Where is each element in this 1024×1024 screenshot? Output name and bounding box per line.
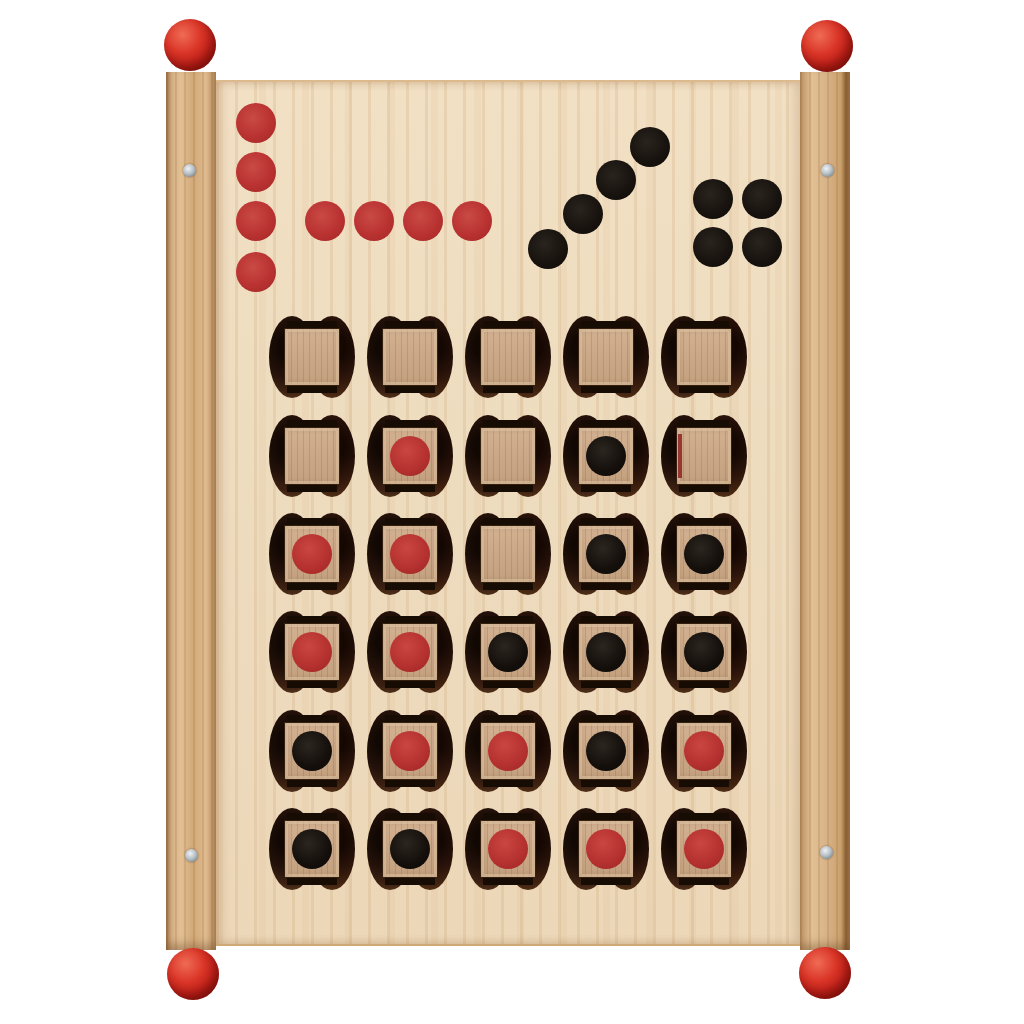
slider-r5c2[interactable] — [382, 722, 438, 780]
slot-r3c2[interactable] — [361, 505, 459, 603]
red-disc — [390, 534, 430, 574]
slider-r5c4[interactable] — [578, 722, 634, 780]
slot-r4c5[interactable] — [655, 603, 753, 701]
slot-cutout — [269, 710, 355, 792]
slot-cutout — [563, 415, 649, 497]
slot-cutout — [269, 513, 355, 595]
black-disc — [292, 829, 332, 869]
slot-r5c4[interactable] — [557, 702, 655, 800]
slider-r5c3[interactable] — [480, 722, 536, 780]
corner-ball-bottom-left — [167, 948, 219, 1000]
screw-bottom-left-icon — [185, 849, 198, 862]
demo-dot-red-2 — [236, 152, 276, 192]
black-disc — [586, 436, 626, 476]
slot-cutout — [269, 808, 355, 890]
slot-cutout — [269, 611, 355, 693]
slot-r1c5[interactable] — [655, 308, 753, 406]
red-disc — [488, 731, 528, 771]
corner-ball-top-left — [164, 19, 216, 71]
red-disc — [684, 731, 724, 771]
left-rail — [166, 72, 216, 950]
slot-cutout — [367, 316, 453, 398]
slider-r1c3[interactable] — [480, 328, 536, 386]
black-disc — [292, 731, 332, 771]
slot-r5c5[interactable] — [655, 702, 753, 800]
slot-cutout — [661, 611, 747, 693]
red-disc — [292, 632, 332, 672]
slot-r4c4[interactable] — [557, 603, 655, 701]
slider-r6c1[interactable] — [284, 820, 340, 878]
demo-dot-black-8 — [742, 227, 782, 267]
screw-top-right-icon — [821, 164, 834, 177]
slider-r4c3[interactable] — [480, 623, 536, 681]
slider-r3c4[interactable] — [578, 525, 634, 583]
slot-r6c5[interactable] — [655, 800, 753, 898]
demo-dot-red-5 — [305, 201, 345, 241]
demo-dot-red-4 — [236, 252, 276, 292]
slot-r2c5[interactable] — [655, 406, 753, 504]
slot-r3c5[interactable] — [655, 505, 753, 603]
slot-cutout — [367, 808, 453, 890]
slider-r2c1[interactable] — [284, 427, 340, 485]
slider-r4c4[interactable] — [578, 623, 634, 681]
slot-cutout — [367, 710, 453, 792]
slot-r4c2[interactable] — [361, 603, 459, 701]
slot-cutout — [465, 513, 551, 595]
demo-dot-black-5 — [693, 179, 733, 219]
slot-r6c1[interactable] — [263, 800, 361, 898]
slider-r3c5[interactable] — [676, 525, 732, 583]
slot-cutout — [563, 316, 649, 398]
slot-r4c1[interactable] — [263, 603, 361, 701]
screw-bottom-right-icon — [820, 846, 833, 859]
demo-dot-red-6 — [354, 201, 394, 241]
black-disc — [684, 632, 724, 672]
slider-r1c1[interactable] — [284, 328, 340, 386]
demo-dot-black-6 — [742, 179, 782, 219]
slot-r3c3[interactable] — [459, 505, 557, 603]
slot-r5c2[interactable] — [361, 702, 459, 800]
slot-r6c3[interactable] — [459, 800, 557, 898]
slot-cutout — [367, 513, 453, 595]
red-disc — [292, 534, 332, 574]
slot-cutout — [367, 415, 453, 497]
slot-cutout — [661, 710, 747, 792]
slot-r1c3[interactable] — [459, 308, 557, 406]
corner-ball-bottom-right — [799, 947, 851, 999]
game-wall-board — [0, 0, 1024, 1024]
slider-r2c3[interactable] — [480, 427, 536, 485]
slot-cutout — [563, 513, 649, 595]
slot-r5c3[interactable] — [459, 702, 557, 800]
slot-cutout — [563, 611, 649, 693]
slot-cutout — [269, 316, 355, 398]
slot-r2c2[interactable] — [361, 406, 459, 504]
slot-cutout — [465, 611, 551, 693]
slot-cutout — [661, 808, 747, 890]
red-disc — [488, 829, 528, 869]
slider-r6c2[interactable] — [382, 820, 438, 878]
slot-cutout — [661, 316, 747, 398]
slider-r4c5[interactable] — [676, 623, 732, 681]
demo-dot-black-3 — [596, 160, 636, 200]
slot-cutout — [563, 808, 649, 890]
slider-r6c4[interactable] — [578, 820, 634, 878]
demo-dot-black-7 — [693, 227, 733, 267]
slider-r5c1[interactable] — [284, 722, 340, 780]
red-disc-sliver — [678, 434, 682, 478]
slot-cutout — [661, 415, 747, 497]
slot-cutout — [661, 513, 747, 595]
corner-ball-top-right — [801, 20, 853, 72]
red-disc — [390, 436, 430, 476]
slot-r5c1[interactable] — [263, 702, 361, 800]
slot-cutout — [465, 415, 551, 497]
red-disc — [586, 829, 626, 869]
slider-r1c4[interactable] — [578, 328, 634, 386]
slot-r6c2[interactable] — [361, 800, 459, 898]
slider-r2c5[interactable] — [676, 427, 732, 485]
right-rail — [800, 72, 850, 950]
demo-dot-black-1 — [528, 229, 568, 269]
black-disc — [586, 534, 626, 574]
demo-dot-black-2 — [563, 194, 603, 234]
slot-grid — [263, 308, 753, 898]
red-disc — [390, 731, 430, 771]
slider-r4c2[interactable] — [382, 623, 438, 681]
black-disc — [488, 632, 528, 672]
slider-r2c4[interactable] — [578, 427, 634, 485]
slot-r6c4[interactable] — [557, 800, 655, 898]
demo-dot-red-1 — [236, 103, 276, 143]
slider-r6c5[interactable] — [676, 820, 732, 878]
red-disc — [684, 829, 724, 869]
slot-r1c4[interactable] — [557, 308, 655, 406]
slider-r3c3[interactable] — [480, 525, 536, 583]
slot-cutout — [465, 316, 551, 398]
slot-r4c3[interactable] — [459, 603, 557, 701]
screw-top-left-icon — [183, 164, 196, 177]
slider-r6c3[interactable] — [480, 820, 536, 878]
slot-cutout — [367, 611, 453, 693]
black-disc — [586, 632, 626, 672]
black-disc — [390, 829, 430, 869]
slot-r2c4[interactable] — [557, 406, 655, 504]
slot-r2c3[interactable] — [459, 406, 557, 504]
demo-dot-red-7 — [403, 201, 443, 241]
slot-r1c2[interactable] — [361, 308, 459, 406]
slider-r1c2[interactable] — [382, 328, 438, 386]
slider-r5c5[interactable] — [676, 722, 732, 780]
demo-dot-red-3 — [236, 201, 276, 241]
demo-dot-red-8 — [452, 201, 492, 241]
slider-r2c2[interactable] — [382, 427, 438, 485]
slider-r4c1[interactable] — [284, 623, 340, 681]
slot-cutout — [563, 710, 649, 792]
slot-r3c4[interactable] — [557, 505, 655, 603]
slider-r3c1[interactable] — [284, 525, 340, 583]
slider-r1c5[interactable] — [676, 328, 732, 386]
slot-r3c1[interactable] — [263, 505, 361, 603]
demo-dot-black-4 — [630, 127, 670, 167]
black-disc — [684, 534, 724, 574]
slot-r2c1[interactable] — [263, 406, 361, 504]
slider-r3c2[interactable] — [382, 525, 438, 583]
slot-cutout — [269, 415, 355, 497]
red-disc — [390, 632, 430, 672]
slot-cutout — [465, 710, 551, 792]
black-disc — [586, 731, 626, 771]
slot-r1c1[interactable] — [263, 308, 361, 406]
slot-cutout — [465, 808, 551, 890]
